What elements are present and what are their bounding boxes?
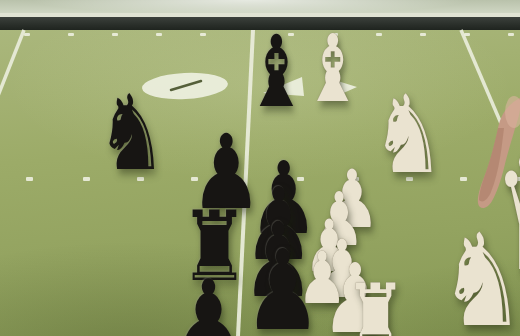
scene-photo: ♝♝♞♞♟♟♟♜♟♟♟♟♟♟♟♟♟♜♞♛ — [0, 0, 520, 336]
hand — [0, 0, 520, 336]
